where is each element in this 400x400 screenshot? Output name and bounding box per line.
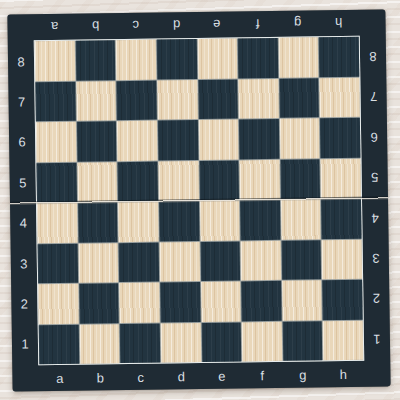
square-g5 <box>280 159 320 199</box>
square-c1 <box>120 323 160 363</box>
square-e1 <box>201 322 241 362</box>
square-c4 <box>118 202 158 242</box>
square-h1 <box>323 320 363 360</box>
square-h6 <box>320 118 360 158</box>
square-g2 <box>282 280 322 320</box>
square-f1 <box>242 321 282 361</box>
rank-label-left-4: 4 <box>10 203 37 244</box>
square-b4 <box>78 202 118 242</box>
square-e6 <box>198 119 238 159</box>
rank-label-left-6: 6 <box>9 122 36 163</box>
square-f5 <box>240 159 280 199</box>
rank-label-left-1: 1 <box>12 324 39 365</box>
square-a3 <box>38 243 78 283</box>
file-label-top-g: g <box>277 10 318 37</box>
file-label-top-h: h <box>318 10 359 37</box>
file-label-bottom-f: f <box>242 362 283 389</box>
square-h5 <box>321 158 361 198</box>
rank-label-left-3: 3 <box>11 243 38 284</box>
square-e3 <box>200 241 240 281</box>
square-g4 <box>281 199 321 239</box>
square-f8 <box>238 38 278 78</box>
file-label-bottom-a: a <box>39 365 80 392</box>
square-e2 <box>201 281 241 321</box>
rank-label-right-8: 8 <box>360 36 387 77</box>
square-a6 <box>36 122 76 162</box>
file-label-top-d: d <box>156 12 197 39</box>
rank-label-right-5: 5 <box>361 157 388 198</box>
square-e8 <box>197 38 237 78</box>
square-f7 <box>238 78 278 118</box>
table-surface: abcdefgh abcdefgh 87654321 87654321 <box>0 0 400 400</box>
file-label-bottom-h: h <box>323 361 364 388</box>
square-g7 <box>279 78 319 118</box>
square-d7 <box>157 80 197 120</box>
square-h3 <box>322 239 362 279</box>
rank-label-right-3: 3 <box>363 238 390 279</box>
rank-label-left-5: 5 <box>9 162 36 203</box>
rank-label-right-1: 1 <box>364 319 391 360</box>
file-label-top-a: a <box>34 14 75 41</box>
square-c2 <box>119 283 159 323</box>
square-c8 <box>116 40 156 80</box>
square-h2 <box>323 280 363 320</box>
square-d3 <box>159 242 199 282</box>
square-e4 <box>200 200 240 240</box>
square-h8 <box>319 37 359 77</box>
file-label-bottom-d: d <box>161 363 202 390</box>
file-label-top-e: e <box>196 11 237 38</box>
square-f2 <box>241 281 281 321</box>
square-a5 <box>36 162 76 202</box>
square-a7 <box>35 81 75 121</box>
square-b7 <box>76 81 116 121</box>
square-g8 <box>278 37 318 77</box>
square-b1 <box>79 324 119 364</box>
square-g6 <box>280 118 320 158</box>
square-b8 <box>75 40 115 80</box>
rank-label-left-2: 2 <box>11 284 38 325</box>
file-label-bottom-e: e <box>201 362 242 389</box>
square-c7 <box>117 80 157 120</box>
square-d8 <box>157 39 197 79</box>
file-label-top-f: f <box>237 11 278 38</box>
file-label-bottom-g: g <box>282 361 323 388</box>
square-h4 <box>321 199 361 239</box>
square-f6 <box>239 119 279 159</box>
square-e7 <box>198 79 238 119</box>
square-b3 <box>78 243 118 283</box>
square-b5 <box>77 162 117 202</box>
square-a2 <box>38 284 78 324</box>
rank-label-left-8: 8 <box>8 41 35 82</box>
square-c6 <box>117 121 157 161</box>
square-a8 <box>35 41 75 81</box>
square-b2 <box>79 283 119 323</box>
file-label-top-b: b <box>75 13 116 40</box>
square-d6 <box>158 120 198 160</box>
rank-label-right-7: 7 <box>360 77 387 118</box>
rank-label-right-6: 6 <box>361 117 388 158</box>
square-g3 <box>281 240 321 280</box>
square-e5 <box>199 160 239 200</box>
square-d2 <box>160 282 200 322</box>
file-label-bottom-b: b <box>80 364 121 391</box>
rank-label-left-7: 7 <box>8 82 35 123</box>
chess-board: abcdefgh abcdefgh 87654321 87654321 <box>7 9 390 391</box>
square-h7 <box>320 77 360 117</box>
square-d5 <box>158 161 198 201</box>
square-b6 <box>77 121 117 161</box>
file-label-top-c: c <box>115 13 156 40</box>
rank-label-right-2: 2 <box>363 279 390 320</box>
square-g1 <box>282 321 322 361</box>
square-a4 <box>37 203 77 243</box>
rank-label-right-4: 4 <box>362 198 389 239</box>
file-label-bottom-c: c <box>120 364 161 391</box>
square-f4 <box>240 200 280 240</box>
square-a1 <box>39 324 79 364</box>
square-d4 <box>159 201 199 241</box>
file-labels-bottom: abcdefgh <box>39 361 363 392</box>
square-d1 <box>161 322 201 362</box>
square-c5 <box>118 161 158 201</box>
square-f3 <box>241 240 281 280</box>
square-c3 <box>119 242 159 282</box>
